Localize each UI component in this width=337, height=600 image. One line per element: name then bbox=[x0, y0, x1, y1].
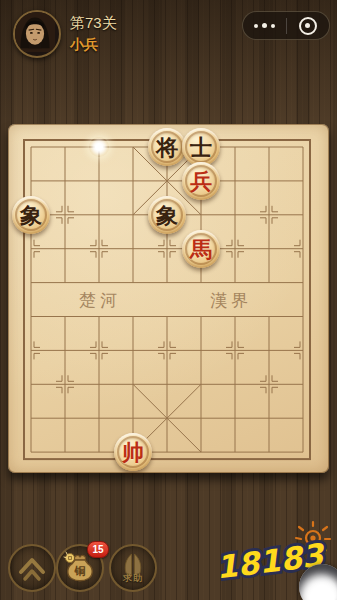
river-label-right: 漢界 bbox=[210, 290, 252, 310]
piece-char: 将 bbox=[156, 136, 178, 158]
avatar-portrait bbox=[15, 12, 55, 52]
menu-button[interactable] bbox=[8, 544, 56, 592]
coins-button[interactable]: 铜 15 bbox=[56, 544, 104, 592]
close-button[interactable] bbox=[287, 12, 330, 39]
circle-target-icon bbox=[299, 17, 317, 35]
board-grid: 楚河漢界 bbox=[8, 124, 329, 473]
piece-black-advisor[interactable]: 士 bbox=[182, 128, 220, 166]
avatar[interactable] bbox=[13, 10, 61, 58]
coins-badge: 15 bbox=[87, 541, 109, 558]
river-label-left: 楚河 bbox=[79, 290, 121, 310]
piece-char: 兵 bbox=[190, 170, 212, 192]
move-highlight bbox=[89, 137, 109, 157]
level-label: 第73关 bbox=[70, 14, 117, 33]
svg-text:铜: 铜 bbox=[74, 565, 86, 578]
piece-red-horse[interactable]: 馬 bbox=[182, 230, 220, 268]
ellipsis-icon bbox=[254, 23, 275, 28]
piece-black-general[interactable]: 将 bbox=[148, 128, 186, 166]
game-screen: 第73关 小兵 楚河漢界将士兵象象馬帅 铜 15 bbox=[0, 0, 337, 600]
miniprogram-capsule bbox=[242, 11, 330, 40]
piece-char: 象 bbox=[156, 204, 178, 226]
piece-char: 象 bbox=[20, 204, 42, 226]
watermark-18183: 18183 bbox=[221, 520, 337, 600]
more-button[interactable] bbox=[243, 12, 286, 39]
xiangqi-board[interactable]: 楚河漢界将士兵象象馬帅 bbox=[8, 124, 329, 473]
piece-char: 帅 bbox=[122, 441, 144, 463]
piece-red-general[interactable]: 帅 bbox=[114, 433, 152, 471]
piece-char: 馬 bbox=[190, 238, 212, 260]
help-button[interactable]: 求助 bbox=[109, 544, 157, 592]
player-name: 小兵 bbox=[70, 36, 98, 54]
piece-black-elephant-b[interactable]: 象 bbox=[148, 196, 186, 234]
piece-red-soldier[interactable]: 兵 bbox=[182, 162, 220, 200]
help-label: 求助 bbox=[111, 572, 155, 585]
piece-black-elephant-a[interactable]: 象 bbox=[12, 196, 50, 234]
piece-char: 士 bbox=[190, 136, 212, 158]
menu-chevron-icon bbox=[10, 546, 54, 590]
